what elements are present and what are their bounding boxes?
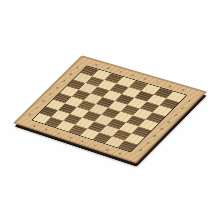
- coordinate-rank-left-3: 3: [62, 80, 66, 83]
- coordinate-file-bottom-g: g: [105, 148, 110, 151]
- coordinate-rank-right-1: 1: [187, 99, 192, 102]
- coordinate-file-bottom-a: a: [33, 124, 37, 127]
- coordinate-file-bottom-d: d: [68, 136, 73, 139]
- coordinate-rank-right-8: 8: [138, 149, 143, 152]
- coordinate-rank-right-3: 3: [173, 113, 178, 116]
- coordinate-rank-right-2: 2: [180, 106, 185, 109]
- coordinate-file-bottom-e: e: [81, 140, 86, 143]
- coordinate-rank-right-6: 6: [152, 135, 157, 138]
- coordinate-file-bottom-b: b: [44, 128, 49, 131]
- coordinate-file-top-e: e: [143, 77, 148, 80]
- coordinate-rank-left-1: 1: [75, 66, 79, 69]
- coordinate-rank-left-4: 4: [55, 86, 59, 89]
- coordinate-file-top-c: c: [119, 70, 123, 73]
- coordinate-file-top-h: h: [181, 88, 186, 91]
- coordinate-file-top-g: g: [168, 84, 173, 87]
- coordinate-rank-right-5: 5: [159, 127, 164, 130]
- coordinate-rank-left-2: 2: [68, 73, 72, 76]
- coordinate-file-top-b: b: [106, 66, 111, 69]
- coordinate-file-top-f: f: [156, 81, 160, 84]
- product-photo-scene: aabbccddeeffgghh1122334455667788: [0, 0, 215, 215]
- coordinate-rank-left-7: 7: [34, 106, 38, 109]
- coordinate-rank-left-5: 5: [48, 93, 52, 96]
- chessboard: aabbccddeeffgghh1122334455667788: [14, 56, 206, 163]
- coordinate-file-top-d: d: [131, 74, 136, 77]
- coordinate-rank-right-7: 7: [145, 142, 150, 145]
- coordinate-file-bottom-c: c: [56, 132, 60, 135]
- coordinate-file-bottom-f: f: [93, 144, 97, 147]
- coordinate-rank-right-4: 4: [166, 120, 171, 123]
- coordinate-file-bottom-h: h: [118, 152, 123, 155]
- coordinate-file-top-a: a: [94, 63, 98, 66]
- coordinate-rank-left-8: 8: [28, 113, 32, 116]
- coordinate-rank-left-6: 6: [41, 100, 45, 103]
